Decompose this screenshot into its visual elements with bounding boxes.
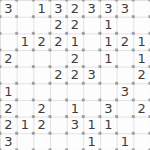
cell-r6c3[interactable] [33, 83, 50, 100]
cell-r8c4[interactable] [50, 117, 67, 134]
cell-r4c8[interactable] [117, 50, 134, 67]
cell-r4c5[interactable]: 2 [67, 50, 84, 67]
cell-r9c3[interactable] [33, 133, 50, 150]
cell-r6c2[interactable] [17, 83, 34, 100]
cell-r5c9[interactable]: 2 [133, 67, 150, 84]
cell-r6c6[interactable] [83, 83, 100, 100]
cell-r6c1[interactable]: 1 [0, 83, 17, 100]
cell-r1c1[interactable]: 3 [0, 0, 17, 17]
cell-r2c2[interactable] [17, 17, 34, 34]
cell-r4c2[interactable] [17, 50, 34, 67]
cell-r7c2[interactable] [17, 100, 34, 117]
cell-r5c6[interactable]: 3 [83, 67, 100, 84]
cell-r5c5[interactable]: 2 [67, 67, 84, 84]
cell-r7c8[interactable] [117, 100, 134, 117]
cell-r1c8[interactable]: 3 [117, 0, 134, 17]
cell-r2c8[interactable] [117, 17, 134, 34]
cell-r9c5[interactable] [67, 133, 84, 150]
cell-r3c3[interactable]: 2 [33, 33, 50, 50]
cell-r7c3[interactable]: 2 [33, 100, 50, 117]
cell-r2c4[interactable]: 2 [50, 17, 67, 34]
cell-r1c3[interactable]: 1 [33, 0, 50, 17]
cell-r1c4[interactable]: 3 [50, 0, 67, 17]
cell-r6c5[interactable] [67, 83, 84, 100]
cell-r2c3[interactable] [33, 17, 50, 34]
cell-r4c9[interactable]: 1 [133, 50, 150, 67]
cell-r6c8[interactable]: 3 [117, 83, 134, 100]
cell-r7c6[interactable] [83, 100, 100, 117]
cell-r9c6[interactable]: 1 [83, 133, 100, 150]
cell-r1c2[interactable] [17, 0, 34, 17]
cell-r1c5[interactable]: 2 [67, 0, 84, 17]
cell-r7c7[interactable]: 3 [100, 100, 117, 117]
cell-r9c7[interactable] [100, 133, 117, 150]
cell-r1c7[interactable]: 3 [100, 0, 117, 17]
cell-r5c3[interactable] [33, 67, 50, 84]
cell-r5c2[interactable] [17, 67, 34, 84]
cell-r8c9[interactable] [133, 117, 150, 134]
cell-r5c4[interactable]: 2 [50, 67, 67, 84]
cell-r2c9[interactable] [133, 17, 150, 34]
cell-r1c6[interactable]: 3 [83, 0, 100, 17]
cell-r6c4[interactable] [50, 83, 67, 100]
cell-r7c5[interactable]: 1 [67, 100, 84, 117]
cell-r7c9[interactable]: 2 [133, 100, 150, 117]
cell-r2c1[interactable] [0, 17, 17, 34]
cell-r3c2[interactable]: 1 [17, 33, 34, 50]
cell-r4c1[interactable]: 2 [0, 50, 17, 67]
cell-r2c6[interactable] [83, 17, 100, 34]
cell-r5c1[interactable] [0, 67, 17, 84]
cell-r8c3[interactable]: 2 [33, 117, 50, 134]
cell-r5c8[interactable] [117, 67, 134, 84]
cell-r4c7[interactable]: 1 [100, 50, 117, 67]
cell-r8c8[interactable] [117, 117, 134, 134]
cell-r2c5[interactable]: 2 [67, 17, 84, 34]
cell-r7c1[interactable]: 2 [0, 100, 17, 117]
cell-r4c3[interactable] [33, 50, 50, 67]
minesweeper-board: 3132333221122112122112232132213221231131… [0, 0, 150, 150]
cell-r8c2[interactable]: 1 [17, 117, 34, 134]
cell-r5c7[interactable] [100, 67, 117, 84]
cell-r8c6[interactable]: 1 [83, 117, 100, 134]
cell-r3c7[interactable]: 1 [100, 33, 117, 50]
cell-r3c6[interactable] [83, 33, 100, 50]
cell-r8c7[interactable]: 1 [100, 117, 117, 134]
cell-r6c7[interactable] [100, 83, 117, 100]
cell-r8c5[interactable]: 3 [67, 117, 84, 134]
cell-r8c1[interactable]: 2 [0, 117, 17, 134]
cell-r3c5[interactable]: 1 [67, 33, 84, 50]
cell-r9c1[interactable]: 3 [0, 133, 17, 150]
cell-r1c9[interactable] [133, 0, 150, 17]
cell-r4c4[interactable] [50, 50, 67, 67]
cell-r2c7[interactable]: 1 [100, 17, 117, 34]
cell-r7c4[interactable] [50, 100, 67, 117]
cell-r3c8[interactable]: 2 [117, 33, 134, 50]
cell-r3c1[interactable] [0, 33, 17, 50]
cell-r9c9[interactable] [133, 133, 150, 150]
cell-r3c4[interactable]: 2 [50, 33, 67, 50]
cell-r6c9[interactable] [133, 83, 150, 100]
cell-r3c9[interactable]: 1 [133, 33, 150, 50]
cell-r9c2[interactable] [17, 133, 34, 150]
cell-r9c4[interactable] [50, 133, 67, 150]
cell-r4c6[interactable] [83, 50, 100, 67]
cell-r9c8[interactable]: 1 [117, 133, 134, 150]
